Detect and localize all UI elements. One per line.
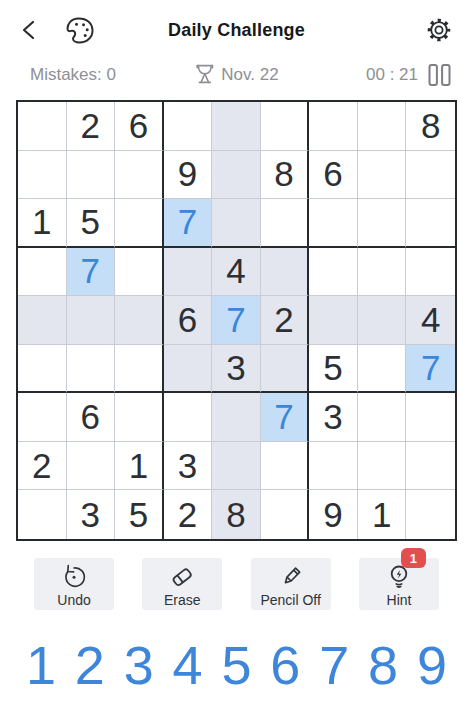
mistakes-counter: Mistakes: 0 [30,65,116,85]
undo-button[interactable]: Undo [34,558,114,610]
cell-r3c6[interactable] [261,199,310,248]
cell-r4c1[interactable] [18,248,67,297]
gear-icon [425,16,453,44]
cell-r4c4[interactable] [164,248,213,297]
cell-r5c1[interactable] [18,296,67,345]
cell-r1c2[interactable]: 2 [67,102,116,151]
cell-r8c5[interactable] [212,442,261,491]
cell-r6c5[interactable]: 3 [212,345,261,394]
numpad-2[interactable]: 2 [75,636,105,694]
timer-label: 00 : 21 [366,65,418,85]
pencil-button[interactable]: Pencil Off [251,558,331,610]
cell-r8c7[interactable] [309,442,358,491]
cell-r8c1[interactable]: 2 [18,442,67,491]
cell-r1c6[interactable] [261,102,310,151]
cell-r5c4[interactable]: 6 [164,296,213,345]
cell-r9c4[interactable]: 2 [164,490,213,539]
cell-r8c2[interactable] [67,442,116,491]
settings-button[interactable] [425,16,453,44]
cell-r7c9[interactable] [406,393,455,442]
cell-r1c5[interactable] [212,102,261,151]
cell-r5c8[interactable] [358,296,407,345]
pause-button[interactable] [427,62,452,88]
cell-r3c2[interactable]: 5 [67,199,116,248]
numpad-8[interactable]: 8 [368,636,398,694]
cell-r1c1[interactable] [18,102,67,151]
cell-r6c4[interactable] [164,345,213,394]
numpad-7[interactable]: 7 [319,636,349,694]
numpad-1[interactable]: 1 [26,636,56,694]
trophy-icon [194,62,214,88]
cell-r5c5[interactable]: 7 [212,296,261,345]
header: Daily Challenge [0,4,473,56]
cell-r6c2[interactable] [67,345,116,394]
erase-label: Erase [164,592,201,608]
numpad-4[interactable]: 4 [173,636,203,694]
cell-r8c9[interactable] [406,442,455,491]
cell-r2c5[interactable] [212,151,261,200]
cell-r7c6[interactable]: 7 [261,393,310,442]
cell-r9c1[interactable] [18,490,67,539]
cell-r4c7[interactable] [309,248,358,297]
cell-r2c1[interactable] [18,151,67,200]
cell-r5c7[interactable] [309,296,358,345]
cell-r3c8[interactable] [358,199,407,248]
cell-r2c6[interactable]: 8 [261,151,310,200]
daily-challenge-date: Nov. 22 [194,62,278,88]
numpad-9[interactable]: 9 [417,636,447,694]
cell-r5c3[interactable] [115,296,164,345]
hint-button[interactable]: 1 Hint [359,558,439,610]
cell-r3c7[interactable] [309,199,358,248]
status-bar: Mistakes: 0 Nov. 22 00 : 21 [0,58,473,92]
cell-r3c5[interactable] [212,199,261,248]
cell-r6c6[interactable] [261,345,310,394]
cell-r9c6[interactable] [261,490,310,539]
cell-r2c4[interactable]: 9 [164,151,213,200]
cell-r1c8[interactable] [358,102,407,151]
date-label: Nov. 22 [221,65,278,85]
cell-r7c3[interactable] [115,393,164,442]
numpad-5[interactable]: 5 [221,636,251,694]
cell-r8c4[interactable]: 3 [164,442,213,491]
cell-r4c8[interactable] [358,248,407,297]
numpad: 123456789 [0,636,473,694]
eraser-icon [165,563,199,591]
back-button[interactable] [20,19,38,41]
cell-r7c1[interactable] [18,393,67,442]
cell-r4c3[interactable] [115,248,164,297]
cell-r2c9[interactable] [406,151,455,200]
cell-r3c9[interactable] [406,199,455,248]
cell-r1c7[interactable] [309,102,358,151]
cell-r3c3[interactable] [115,199,164,248]
cell-r9c8[interactable]: 1 [358,490,407,539]
cell-r7c5[interactable] [212,393,261,442]
cell-r1c4[interactable] [164,102,213,151]
cell-r9c9[interactable] [406,490,455,539]
cell-r6c3[interactable] [115,345,164,394]
cell-r9c3[interactable]: 5 [115,490,164,539]
cell-r4c2[interactable]: 7 [67,248,116,297]
chevron-left-icon [20,19,38,41]
cell-r3c4[interactable]: 7 [164,199,213,248]
cell-r4c9[interactable] [406,248,455,297]
cell-r9c7[interactable]: 9 [309,490,358,539]
cell-r1c3[interactable]: 6 [115,102,164,151]
numpad-6[interactable]: 6 [270,636,300,694]
cell-r1c9[interactable]: 8 [406,102,455,151]
cell-r9c2[interactable]: 3 [67,490,116,539]
page-title: Daily Challenge [168,20,305,41]
erase-button[interactable]: Erase [142,558,222,610]
cell-r5c2[interactable] [67,296,116,345]
cell-r3c1[interactable]: 1 [18,199,67,248]
cell-r2c7[interactable]: 6 [309,151,358,200]
cell-r6c7[interactable]: 5 [309,345,358,394]
cell-r4c6[interactable] [261,248,310,297]
hint-label: Hint [387,592,412,608]
cell-r7c4[interactable] [164,393,213,442]
theme-button[interactable] [64,15,97,46]
undo-icon [58,563,90,591]
cell-r7c8[interactable] [358,393,407,442]
cell-r5c9[interactable]: 4 [406,296,455,345]
cell-r8c8[interactable] [358,442,407,491]
cell-r5c6[interactable]: 2 [261,296,310,345]
cell-r4c5[interactable]: 4 [212,248,261,297]
numpad-3[interactable]: 3 [124,636,154,694]
sudoku-board: 268986157746724357673213352891 [16,100,457,541]
cell-r6c8[interactable] [358,345,407,394]
cell-r8c6[interactable] [261,442,310,491]
cell-r6c1[interactable] [18,345,67,394]
cell-r7c7[interactable]: 3 [309,393,358,442]
cell-r2c3[interactable] [115,151,164,200]
cell-r6c9[interactable]: 7 [406,345,455,394]
pencil-icon [275,563,307,591]
hint-badge: 1 [401,548,426,568]
toolbar: Undo Erase Pencil Off 1 [0,558,473,610]
cell-r8c3[interactable]: 1 [115,442,164,491]
cell-r9c5[interactable]: 8 [212,490,261,539]
cell-r2c8[interactable] [358,151,407,200]
pencil-label: Pencil Off [260,592,320,608]
undo-label: Undo [57,592,90,608]
cell-r2c2[interactable] [67,151,116,200]
cell-r7c2[interactable]: 6 [67,393,116,442]
palette-icon [64,15,97,46]
